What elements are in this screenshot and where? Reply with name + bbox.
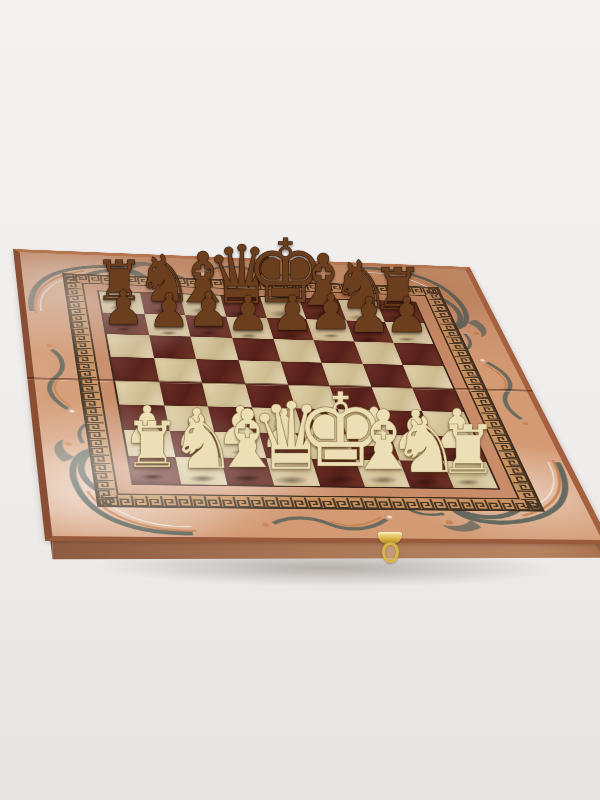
piece-black-pawn[interactable]: ♟ (226, 289, 269, 337)
square-c5[interactable] (196, 359, 245, 383)
square-b6[interactable] (149, 335, 196, 359)
chess-set-photo-scene: ♜♞♝♛♚♝♞♜♟♟♟♟♟♟♟♟♟♟♟♟♟♟♟♟♜♞♝♛♚♝♞♜ (0, 0, 600, 800)
square-h5[interactable] (403, 365, 453, 389)
brass-latch-icon (376, 532, 404, 566)
piece-white-rook[interactable]: ♜ (438, 417, 498, 484)
square-a5[interactable] (111, 357, 159, 382)
piece-black-pawn[interactable]: ♟ (148, 286, 191, 333)
square-h6[interactable] (394, 343, 443, 366)
piece-black-pawn[interactable]: ♟ (385, 291, 429, 340)
square-b5[interactable] (154, 358, 202, 382)
latch-ring (382, 542, 399, 563)
square-a6[interactable] (107, 334, 154, 358)
piece-black-pawn[interactable]: ♟ (102, 283, 144, 330)
piece-black-pawn[interactable]: ♟ (271, 289, 314, 337)
piece-black-pawn[interactable]: ♟ (187, 286, 230, 334)
